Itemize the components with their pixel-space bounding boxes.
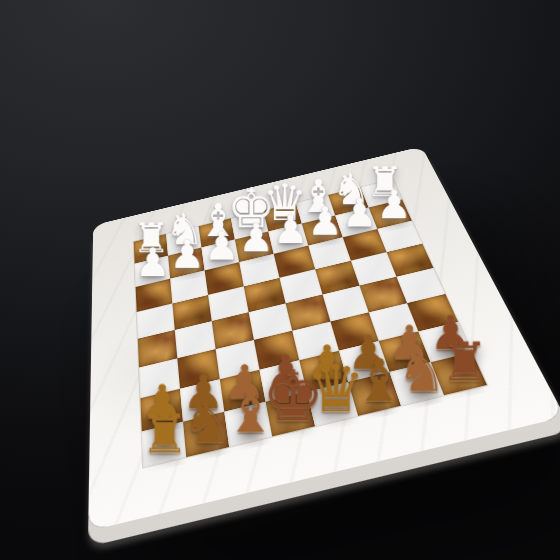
- scene: ♜♞♝♚♛♝♞♜♟♟♟♟♟♟♟♟♟♟♟♟♟♟♟♟♜♞♝♚♛♝♞♜: [0, 0, 560, 560]
- brown-rook[interactable]: ♜: [141, 410, 189, 461]
- white-pawn[interactable]: ♟: [308, 203, 343, 240]
- square-h2[interactable]: ♟: [135, 256, 171, 287]
- square-h8[interactable]: ♜: [142, 422, 186, 468]
- photo-background: ♜♞♝♚♛♝♞♜♟♟♟♟♟♟♟♟♟♟♟♟♟♟♟♟♜♞♝♚♛♝♞♜: [0, 0, 560, 560]
- brown-bishop[interactable]: ♝: [224, 385, 276, 440]
- white-pawn[interactable]: ♟: [239, 220, 274, 257]
- white-pawn[interactable]: ♟: [204, 228, 239, 265]
- white-pawn[interactable]: ♟: [342, 195, 377, 232]
- square-a4[interactable]: [387, 244, 434, 277]
- white-pawn[interactable]: ♟: [135, 244, 170, 281]
- square-a5[interactable]: [396, 268, 445, 303]
- square-g8[interactable]: ♞: [183, 412, 229, 457]
- square-f4[interactable]: [208, 286, 249, 321]
- square-c8[interactable]: ♝: [348, 372, 401, 416]
- white-pawn[interactable]: ♟: [273, 211, 308, 248]
- square-g5[interactable]: [175, 321, 216, 358]
- brown-bishop[interactable]: ♝: [353, 354, 405, 409]
- square-h4[interactable]: [137, 304, 175, 339]
- marble-chessboard-slab: ♜♞♝♚♛♝♞♜♟♟♟♟♟♟♟♟♟♟♟♟♟♟♟♟♜♞♝♚♛♝♞♜: [88, 146, 560, 531]
- square-d8[interactable]: ♛: [307, 382, 358, 426]
- brown-rook[interactable]: ♜: [441, 338, 489, 389]
- white-pawn[interactable]: ♟: [377, 187, 412, 224]
- chessboard-grid: ♜♞♝♚♛♝♞♜♟♟♟♟♟♟♟♟♟♟♟♟♟♟♟♟♜♞♝♚♛♝♞♜: [134, 179, 487, 467]
- square-e4[interactable]: [244, 278, 286, 312]
- white-pawn[interactable]: ♟: [170, 236, 205, 273]
- square-f8[interactable]: ♝: [224, 402, 272, 447]
- square-e5[interactable]: [249, 303, 293, 340]
